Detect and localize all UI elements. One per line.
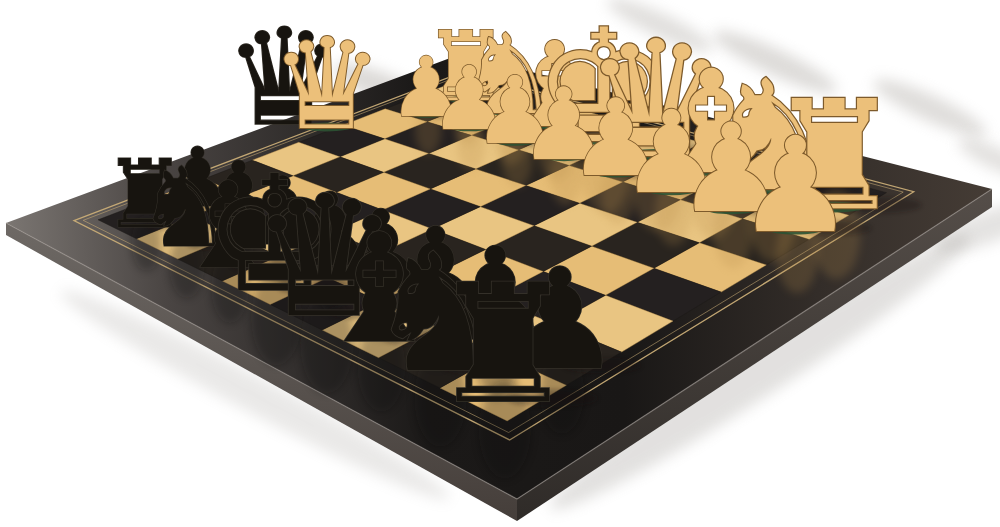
scene-svg: ♜♞♟♛♝♛♟♚♟♛♟♝♟♞♟♟♜♟♟♜♟♟♞♟♝♟♚♟♛♟♝♟♞♜ xyxy=(0,0,1000,527)
piece-white-pawn-a2[interactable]: ♟ xyxy=(736,109,854,262)
pawn-glyph: ♟ xyxy=(736,109,854,262)
queen-glyph: ♛ xyxy=(271,11,384,158)
rook-glyph: ♜ xyxy=(429,249,576,440)
chess-set-product-photo: ♜♞♟♛♝♛♟♚♟♛♟♝♟♞♟♟♜♟♟♜♟♟♞♟♝♟♚♟♛♟♝♟♞♜ xyxy=(0,0,1000,527)
piece-black-rook-a8[interactable]: ♜ xyxy=(429,249,576,440)
piece-white-queen-offboard[interactable]: ♛ xyxy=(271,11,384,158)
